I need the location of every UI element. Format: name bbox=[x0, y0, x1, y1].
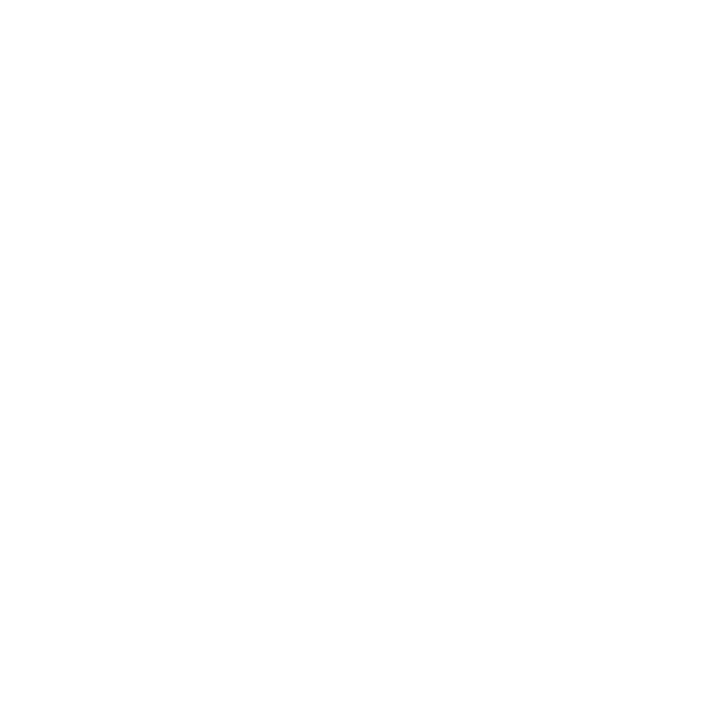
chess-board bbox=[0, 0, 720, 720]
